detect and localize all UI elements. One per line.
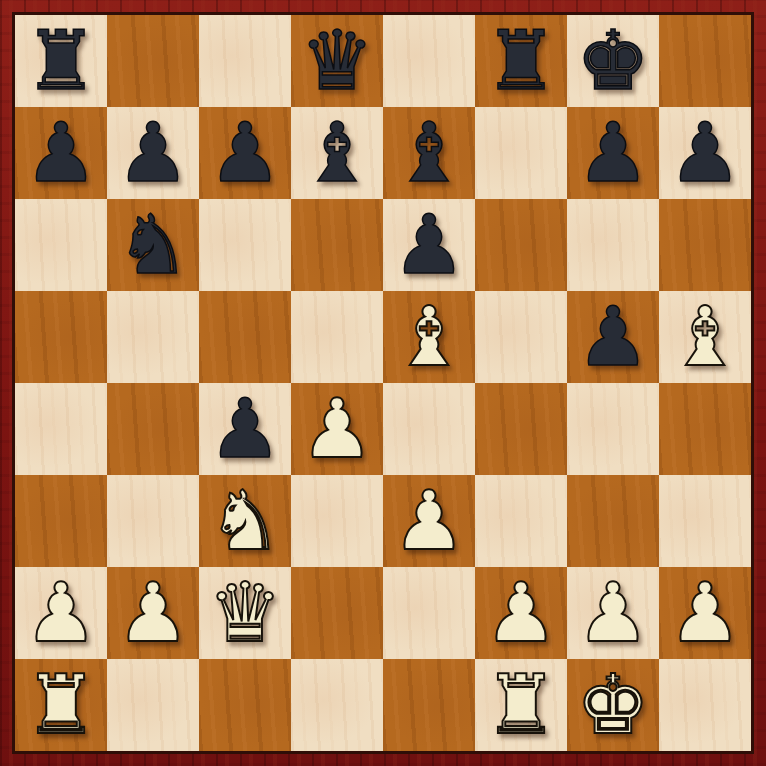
square-h3[interactable]	[659, 475, 751, 567]
piece-white-rook[interactable]: ♜	[15, 659, 107, 751]
piece-black-king[interactable]: ♚	[567, 15, 659, 107]
square-h8[interactable]	[659, 15, 751, 107]
piece-black-rook[interactable]: ♜	[15, 15, 107, 107]
chess-board: ♜♛♜♚♟♟♟♝♝♟♟♞♟♝♟♝♟♟♞♟♟♟♛♟♟♟♜♜♚	[12, 12, 754, 754]
square-h7[interactable]: ♟	[659, 107, 751, 199]
square-h6[interactable]	[659, 199, 751, 291]
piece-white-queen[interactable]: ♛	[199, 567, 291, 659]
square-b4[interactable]	[107, 383, 199, 475]
square-g1[interactable]: ♚	[567, 659, 659, 751]
square-f8[interactable]: ♜	[475, 15, 567, 107]
square-f7[interactable]	[475, 107, 567, 199]
square-g8[interactable]: ♚	[567, 15, 659, 107]
piece-black-pawn[interactable]: ♟	[15, 107, 107, 199]
square-c4[interactable]: ♟	[199, 383, 291, 475]
square-b2[interactable]: ♟	[107, 567, 199, 659]
square-g5[interactable]: ♟	[567, 291, 659, 383]
square-g3[interactable]	[567, 475, 659, 567]
piece-white-knight[interactable]: ♞	[199, 475, 291, 567]
piece-black-pawn[interactable]: ♟	[199, 107, 291, 199]
square-d7[interactable]: ♝	[291, 107, 383, 199]
square-a1[interactable]: ♜	[15, 659, 107, 751]
square-c6[interactable]	[199, 199, 291, 291]
square-h1[interactable]	[659, 659, 751, 751]
square-a4[interactable]	[15, 383, 107, 475]
square-c7[interactable]: ♟	[199, 107, 291, 199]
square-e7[interactable]: ♝	[383, 107, 475, 199]
piece-black-pawn[interactable]: ♟	[567, 107, 659, 199]
square-g7[interactable]: ♟	[567, 107, 659, 199]
square-e3[interactable]: ♟	[383, 475, 475, 567]
board-frame: ♜♛♜♚♟♟♟♝♝♟♟♞♟♝♟♝♟♟♞♟♟♟♛♟♟♟♜♜♚	[0, 0, 766, 766]
piece-black-bishop[interactable]: ♝	[383, 107, 475, 199]
square-e1[interactable]	[383, 659, 475, 751]
piece-black-knight[interactable]: ♞	[107, 199, 199, 291]
square-d2[interactable]	[291, 567, 383, 659]
square-e8[interactable]	[383, 15, 475, 107]
square-h2[interactable]: ♟	[659, 567, 751, 659]
square-a3[interactable]	[15, 475, 107, 567]
piece-black-pawn[interactable]: ♟	[107, 107, 199, 199]
piece-white-rook[interactable]: ♜	[475, 659, 567, 751]
square-d6[interactable]	[291, 199, 383, 291]
square-f6[interactable]	[475, 199, 567, 291]
square-b6[interactable]: ♞	[107, 199, 199, 291]
square-c5[interactable]	[199, 291, 291, 383]
piece-black-pawn[interactable]: ♟	[199, 383, 291, 475]
square-d5[interactable]	[291, 291, 383, 383]
square-d4[interactable]: ♟	[291, 383, 383, 475]
piece-white-king[interactable]: ♚	[567, 659, 659, 751]
piece-black-bishop[interactable]: ♝	[291, 107, 383, 199]
square-c2[interactable]: ♛	[199, 567, 291, 659]
square-b8[interactable]	[107, 15, 199, 107]
piece-white-pawn[interactable]: ♟	[291, 383, 383, 475]
square-c8[interactable]	[199, 15, 291, 107]
piece-black-pawn[interactable]: ♟	[383, 199, 475, 291]
square-h5[interactable]: ♝	[659, 291, 751, 383]
square-h4[interactable]	[659, 383, 751, 475]
square-b5[interactable]	[107, 291, 199, 383]
square-a7[interactable]: ♟	[15, 107, 107, 199]
square-e6[interactable]: ♟	[383, 199, 475, 291]
piece-white-pawn[interactable]: ♟	[383, 475, 475, 567]
square-g4[interactable]	[567, 383, 659, 475]
piece-black-queen[interactable]: ♛	[291, 15, 383, 107]
piece-white-bishop[interactable]: ♝	[383, 291, 475, 383]
piece-black-pawn[interactable]: ♟	[659, 107, 751, 199]
piece-white-bishop[interactable]: ♝	[659, 291, 751, 383]
square-b3[interactable]	[107, 475, 199, 567]
piece-black-rook[interactable]: ♜	[475, 15, 567, 107]
square-d3[interactable]	[291, 475, 383, 567]
square-g6[interactable]	[567, 199, 659, 291]
square-b1[interactable]	[107, 659, 199, 751]
piece-white-pawn[interactable]: ♟	[567, 567, 659, 659]
square-d8[interactable]: ♛	[291, 15, 383, 107]
square-a6[interactable]	[15, 199, 107, 291]
square-a8[interactable]: ♜	[15, 15, 107, 107]
square-a5[interactable]	[15, 291, 107, 383]
square-d1[interactable]	[291, 659, 383, 751]
square-f5[interactable]	[475, 291, 567, 383]
square-f1[interactable]: ♜	[475, 659, 567, 751]
square-b7[interactable]: ♟	[107, 107, 199, 199]
square-g2[interactable]: ♟	[567, 567, 659, 659]
square-e5[interactable]: ♝	[383, 291, 475, 383]
square-e4[interactable]	[383, 383, 475, 475]
square-c3[interactable]: ♞	[199, 475, 291, 567]
square-c1[interactable]	[199, 659, 291, 751]
piece-white-pawn[interactable]: ♟	[659, 567, 751, 659]
square-e2[interactable]	[383, 567, 475, 659]
square-f4[interactable]	[475, 383, 567, 475]
square-a2[interactable]: ♟	[15, 567, 107, 659]
piece-white-pawn[interactable]: ♟	[107, 567, 199, 659]
piece-black-pawn[interactable]: ♟	[567, 291, 659, 383]
piece-white-pawn[interactable]: ♟	[15, 567, 107, 659]
square-f2[interactable]: ♟	[475, 567, 567, 659]
piece-white-pawn[interactable]: ♟	[475, 567, 567, 659]
square-f3[interactable]	[475, 475, 567, 567]
